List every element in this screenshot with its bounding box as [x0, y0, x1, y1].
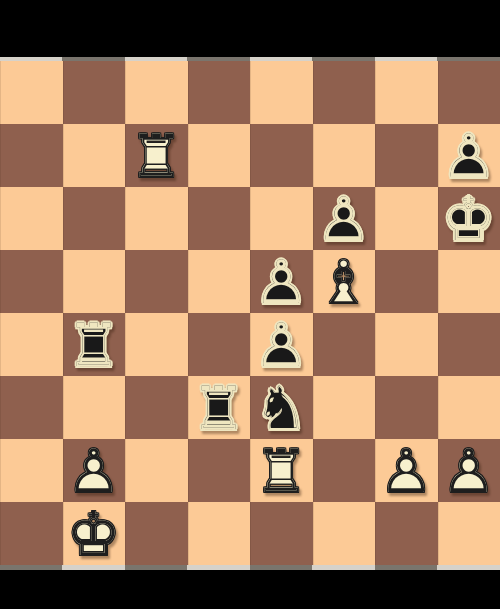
- square-h4[interactable]: [438, 313, 500, 376]
- white-king-glyph-outline: ♔: [67, 504, 121, 564]
- black-pawn-glyph-outline: ♙: [317, 189, 371, 249]
- piece-black-king-h6[interactable]: ♚♔: [438, 187, 500, 250]
- piece-black-knight-e3[interactable]: ♞♘: [250, 376, 313, 439]
- white-bishop-glyph-outline: ♗: [317, 252, 371, 312]
- piece-white-pawn-h2[interactable]: ♟♙: [438, 439, 500, 502]
- square-e2[interactable]: ♜♖: [250, 439, 313, 502]
- piece-black-pawn-f6[interactable]: ♟♙: [313, 187, 376, 250]
- black-pawn-glyph-outline: ♙: [254, 315, 308, 375]
- square-e5[interactable]: ♟♙: [250, 250, 313, 313]
- square-b8[interactable]: [63, 61, 126, 124]
- square-a4[interactable]: [0, 313, 63, 376]
- white-pawn-glyph-outline: ♙: [67, 441, 121, 501]
- piece-white-pawn-g2[interactable]: ♟♙: [375, 439, 438, 502]
- black-pawn-glyph-fill: ♟: [317, 189, 371, 249]
- square-f5[interactable]: ♝♗: [313, 250, 376, 313]
- piece-white-pawn-b2[interactable]: ♟♙: [63, 439, 126, 502]
- square-b2[interactable]: ♟♙: [63, 439, 126, 502]
- square-c5[interactable]: [125, 250, 188, 313]
- chess-app-window: ♜♖♟♙♟♙♚♔♟♙♝♗♜♖♟♙♜♖♞♘♟♙♜♖♟♙♟♙♚♔: [0, 0, 500, 609]
- square-g8[interactable]: [375, 61, 438, 124]
- white-pawn-glyph-fill: ♟: [67, 441, 121, 501]
- square-g1[interactable]: [375, 502, 438, 565]
- square-a8[interactable]: [0, 61, 63, 124]
- square-f2[interactable]: [313, 439, 376, 502]
- square-g5[interactable]: [375, 250, 438, 313]
- piece-black-rook-b4[interactable]: ♜♖: [63, 313, 126, 376]
- square-d5[interactable]: [188, 250, 251, 313]
- square-g3[interactable]: [375, 376, 438, 439]
- square-c3[interactable]: [125, 376, 188, 439]
- square-e1[interactable]: [250, 502, 313, 565]
- white-bishop-glyph-fill: ♝: [317, 252, 371, 312]
- square-h1[interactable]: [438, 502, 500, 565]
- square-b4[interactable]: ♜♖: [63, 313, 126, 376]
- square-g7[interactable]: [375, 124, 438, 187]
- white-rook-glyph-fill: ♜: [254, 441, 308, 501]
- square-a6[interactable]: [0, 187, 63, 250]
- piece-white-rook-c7[interactable]: ♜♖: [125, 124, 188, 187]
- white-pawn-glyph-fill: ♟: [442, 441, 496, 501]
- square-b6[interactable]: [63, 187, 126, 250]
- square-c1[interactable]: [125, 502, 188, 565]
- white-rook-glyph-fill: ♜: [129, 126, 183, 186]
- white-pawn-glyph-fill: ♟: [379, 441, 433, 501]
- square-g2[interactable]: ♟♙: [375, 439, 438, 502]
- square-d2[interactable]: [188, 439, 251, 502]
- black-king-glyph-fill: ♚: [442, 189, 496, 249]
- square-h2[interactable]: ♟♙: [438, 439, 500, 502]
- square-f4[interactable]: [313, 313, 376, 376]
- black-knight-glyph-fill: ♞: [254, 378, 308, 438]
- square-h5[interactable]: [438, 250, 500, 313]
- square-d4[interactable]: [188, 313, 251, 376]
- square-c4[interactable]: [125, 313, 188, 376]
- square-a3[interactable]: [0, 376, 63, 439]
- square-d6[interactable]: [188, 187, 251, 250]
- square-b1[interactable]: ♚♔: [63, 502, 126, 565]
- square-d3[interactable]: ♜♖: [188, 376, 251, 439]
- square-e6[interactable]: [250, 187, 313, 250]
- square-a5[interactable]: [0, 250, 63, 313]
- board-bottom-edge: [0, 565, 500, 570]
- white-pawn-glyph-outline: ♙: [379, 441, 433, 501]
- white-rook-glyph-outline: ♖: [254, 441, 308, 501]
- square-h8[interactable]: [438, 61, 500, 124]
- square-g4[interactable]: [375, 313, 438, 376]
- square-e3[interactable]: ♞♘: [250, 376, 313, 439]
- square-d1[interactable]: [188, 502, 251, 565]
- square-e7[interactable]: [250, 124, 313, 187]
- square-f3[interactable]: [313, 376, 376, 439]
- piece-white-rook-e2[interactable]: ♜♖: [250, 439, 313, 502]
- square-h7[interactable]: ♟♙: [438, 124, 500, 187]
- square-h6[interactable]: ♚♔: [438, 187, 500, 250]
- black-rook-glyph-fill: ♜: [67, 315, 121, 375]
- black-pawn-glyph-fill: ♟: [254, 315, 308, 375]
- square-f7[interactable]: [313, 124, 376, 187]
- square-c2[interactable]: [125, 439, 188, 502]
- square-h3[interactable]: [438, 376, 500, 439]
- piece-black-pawn-e4[interactable]: ♟♙: [250, 313, 313, 376]
- square-c8[interactable]: [125, 61, 188, 124]
- square-b7[interactable]: [63, 124, 126, 187]
- white-rook-glyph-outline: ♖: [129, 126, 183, 186]
- square-d7[interactable]: [188, 124, 251, 187]
- piece-white-bishop-f5[interactable]: ♝♗: [313, 250, 376, 313]
- white-pawn-glyph-outline: ♙: [442, 441, 496, 501]
- square-c7[interactable]: ♜♖: [125, 124, 188, 187]
- square-f8[interactable]: [313, 61, 376, 124]
- square-b5[interactable]: [63, 250, 126, 313]
- black-pawn-glyph-fill: ♟: [442, 126, 496, 186]
- black-king-glyph-outline: ♔: [442, 189, 496, 249]
- square-f1[interactable]: [313, 502, 376, 565]
- square-a1[interactable]: [0, 502, 63, 565]
- board-frame: ♜♖♟♙♟♙♚♔♟♙♝♗♜♖♟♙♜♖♞♘♟♙♜♖♟♙♟♙♚♔: [0, 57, 500, 570]
- piece-black-pawn-e5[interactable]: ♟♙: [250, 250, 313, 313]
- square-a2[interactable]: [0, 439, 63, 502]
- piece-white-king-b1[interactable]: ♚♔: [63, 502, 126, 565]
- chess-board: ♜♖♟♙♟♙♚♔♟♙♝♗♜♖♟♙♜♖♞♘♟♙♜♖♟♙♟♙♚♔: [0, 61, 500, 565]
- square-g6[interactable]: [375, 187, 438, 250]
- black-rook-glyph-outline: ♖: [192, 378, 246, 438]
- white-king-glyph-fill: ♚: [67, 504, 121, 564]
- black-knight-glyph-outline: ♘: [254, 378, 308, 438]
- square-f6[interactable]: ♟♙: [313, 187, 376, 250]
- square-c6[interactable]: [125, 187, 188, 250]
- piece-black-pawn-h7[interactable]: ♟♙: [438, 124, 500, 187]
- black-rook-glyph-fill: ♜: [192, 378, 246, 438]
- piece-black-rook-d3[interactable]: ♜♖: [188, 376, 251, 439]
- black-pawn-glyph-outline: ♙: [254, 252, 308, 312]
- black-pawn-glyph-outline: ♙: [442, 126, 496, 186]
- square-b3[interactable]: [63, 376, 126, 439]
- square-e8[interactable]: [250, 61, 313, 124]
- black-pawn-glyph-fill: ♟: [254, 252, 308, 312]
- square-e4[interactable]: ♟♙: [250, 313, 313, 376]
- square-d8[interactable]: [188, 61, 251, 124]
- square-a7[interactable]: [0, 124, 63, 187]
- black-rook-glyph-outline: ♖: [67, 315, 121, 375]
